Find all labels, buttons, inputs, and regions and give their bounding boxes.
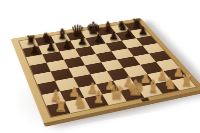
square-b6[interactable]	[43, 51, 64, 62]
square-h1[interactable]: ♜	[171, 77, 196, 90]
square-b1[interactable]: ♞	[65, 98, 90, 113]
square-g3[interactable]	[140, 62, 163, 74]
square-e4[interactable]	[101, 59, 123, 71]
clasp-icon	[140, 98, 149, 102]
chess-set-photo: ♜♞♝♛♚♝♞♜♟♟♟♟♟♟♟♟♟♟♟♟♟♟♟♟♜♞♝♛♚♝♞♜	[0, 0, 200, 133]
